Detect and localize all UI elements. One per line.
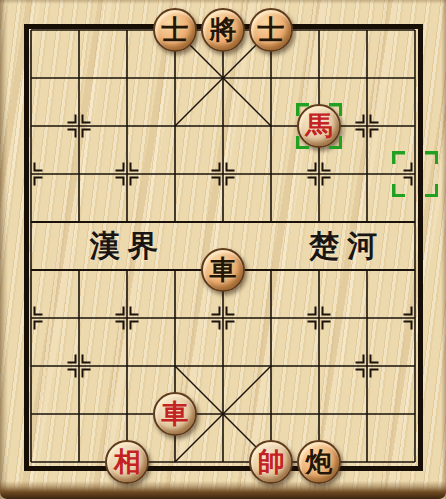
piece-black-chariot[interactable]: 車 — [201, 248, 245, 292]
piece-black-advisor-right[interactable]: 士 — [249, 8, 293, 52]
piece-red-chariot[interactable]: 車 — [153, 392, 197, 436]
piece-black-cannon[interactable]: 炮 — [297, 440, 341, 484]
piece-red-elephant[interactable]: 相 — [105, 440, 149, 484]
piece-red-general[interactable]: 帥 — [249, 440, 293, 484]
piece-black-advisor-left[interactable]: 士 — [153, 8, 197, 52]
piece-black-general[interactable]: 將 — [201, 8, 245, 52]
xiangqi-board: 漢界 楚河 士將士馬車車相帥炮 — [0, 0, 446, 499]
piece-grid: 士將士馬車車相帥炮 — [7, 6, 439, 486]
move-to-marker[interactable] — [296, 103, 342, 149]
move-from-marker[interactable] — [392, 151, 438, 197]
